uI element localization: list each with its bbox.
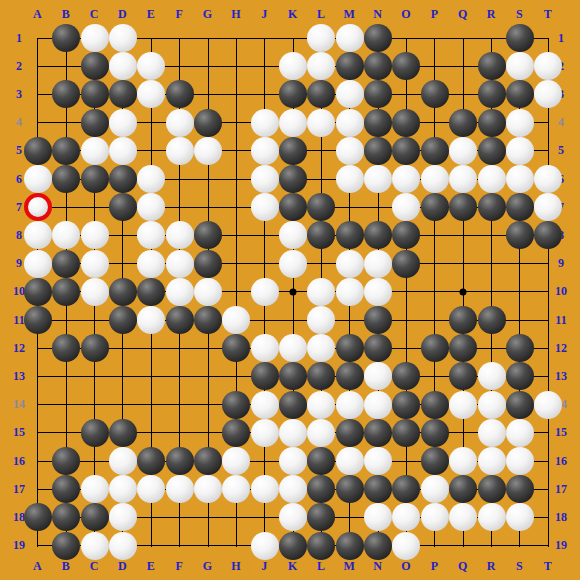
stone-black-S1 — [506, 24, 534, 52]
stone-black-H12 — [222, 334, 250, 362]
stone-white-S18 — [506, 503, 534, 531]
row-label-left-19: 19 — [13, 539, 25, 551]
stone-white-O6 — [392, 165, 420, 193]
stone-black-L7 — [307, 193, 335, 221]
stone-white-C19 — [81, 532, 109, 560]
stone-black-G4 — [194, 109, 222, 137]
stone-black-O13 — [392, 362, 420, 390]
stone-white-H16 — [222, 447, 250, 475]
stone-black-R2 — [478, 52, 506, 80]
stone-black-S14 — [506, 391, 534, 419]
stone-black-O9 — [392, 250, 420, 278]
row-label-right-5: 5 — [558, 144, 564, 156]
row-label-right-15: 15 — [555, 426, 567, 438]
stone-black-P14 — [421, 391, 449, 419]
stone-white-B8 — [52, 221, 80, 249]
stone-black-K3 — [279, 80, 307, 108]
row-label-right-17: 17 — [555, 483, 567, 495]
stone-black-F11 — [166, 306, 194, 334]
column-label-top-H: H — [231, 8, 240, 20]
stone-black-H15 — [222, 419, 250, 447]
stone-black-S17 — [506, 475, 534, 503]
stone-white-J4 — [251, 109, 279, 137]
column-label-top-C: C — [90, 8, 99, 20]
stone-white-C17 — [81, 475, 109, 503]
stone-black-L16 — [307, 447, 335, 475]
stone-white-M9 — [336, 250, 364, 278]
stone-black-O8 — [392, 221, 420, 249]
stone-white-G10 — [194, 278, 222, 306]
row-label-left-15: 15 — [13, 426, 25, 438]
stone-black-K13 — [279, 362, 307, 390]
stone-black-A11 — [24, 306, 52, 334]
stone-white-P18 — [421, 503, 449, 531]
go-board-window: AABBCCDDEEFFGGHHJJKKLLMMNNOOPPQQRRSSTT11… — [0, 0, 580, 580]
stone-white-K8 — [279, 221, 307, 249]
column-label-top-T: T — [544, 8, 552, 20]
stone-black-B16 — [52, 447, 80, 475]
stone-black-O5 — [392, 137, 420, 165]
stone-black-S13 — [506, 362, 534, 390]
stone-black-A5 — [24, 137, 52, 165]
column-label-top-B: B — [62, 8, 70, 20]
stone-white-T2 — [534, 52, 562, 80]
row-label-left-17: 17 — [13, 483, 25, 495]
stone-black-L8 — [307, 221, 335, 249]
stone-white-S2 — [506, 52, 534, 80]
column-label-top-Q: Q — [458, 8, 467, 20]
row-label-right-4: 4 — [558, 116, 564, 128]
column-label-bottom-Q: Q — [458, 560, 467, 572]
stone-white-C5 — [81, 137, 109, 165]
stone-black-B18 — [52, 503, 80, 531]
stone-white-J14 — [251, 391, 279, 419]
column-label-bottom-S: S — [516, 560, 523, 572]
stone-black-Q13 — [449, 362, 477, 390]
row-label-right-16: 16 — [555, 455, 567, 467]
column-label-bottom-J: J — [261, 560, 267, 572]
stone-black-A10 — [24, 278, 52, 306]
stone-black-Q4 — [449, 109, 477, 137]
row-label-left-12: 12 — [13, 342, 25, 354]
stone-black-S3 — [506, 80, 534, 108]
stone-white-J17 — [251, 475, 279, 503]
stone-white-S5 — [506, 137, 534, 165]
stone-black-S7 — [506, 193, 534, 221]
stone-black-C12 — [81, 334, 109, 362]
stone-black-R5 — [478, 137, 506, 165]
stone-white-M16 — [336, 447, 364, 475]
row-label-right-13: 13 — [555, 370, 567, 382]
row-label-left-6: 6 — [16, 173, 22, 185]
stone-white-S16 — [506, 447, 534, 475]
stone-white-F9 — [166, 250, 194, 278]
column-label-bottom-A: A — [33, 560, 42, 572]
stone-black-N12 — [364, 334, 392, 362]
stone-white-D1 — [109, 24, 137, 52]
stone-black-M2 — [336, 52, 364, 80]
column-label-bottom-P: P — [431, 560, 438, 572]
stone-black-N19 — [364, 532, 392, 560]
grid-line-vertical — [548, 38, 549, 547]
stone-white-F17 — [166, 475, 194, 503]
stone-white-D4 — [109, 109, 137, 137]
stone-white-C1 — [81, 24, 109, 52]
stone-white-P17 — [421, 475, 449, 503]
stone-black-N3 — [364, 80, 392, 108]
column-label-top-J: J — [261, 8, 267, 20]
stone-white-R16 — [478, 447, 506, 475]
stone-black-R17 — [478, 475, 506, 503]
stone-white-L11 — [307, 306, 335, 334]
row-label-right-18: 18 — [555, 511, 567, 523]
column-label-bottom-H: H — [231, 560, 240, 572]
stone-black-O4 — [392, 109, 420, 137]
stone-black-B9 — [52, 250, 80, 278]
stone-black-A18 — [24, 503, 52, 531]
stone-white-R14 — [478, 391, 506, 419]
row-label-left-1: 1 — [16, 32, 22, 44]
stone-white-N6 — [364, 165, 392, 193]
stone-white-E8 — [137, 221, 165, 249]
stone-black-R3 — [478, 80, 506, 108]
row-label-right-10: 10 — [555, 285, 567, 297]
stone-black-O14 — [392, 391, 420, 419]
column-label-top-N: N — [373, 8, 382, 20]
stone-black-N4 — [364, 109, 392, 137]
stone-black-N1 — [364, 24, 392, 52]
stone-white-E7 — [137, 193, 165, 221]
stone-white-D17 — [109, 475, 137, 503]
stone-white-T3 — [534, 80, 562, 108]
row-label-right-12: 12 — [555, 342, 567, 354]
column-label-bottom-K: K — [288, 560, 297, 572]
stone-black-G16 — [194, 447, 222, 475]
row-label-left-5: 5 — [16, 144, 22, 156]
stone-white-A8 — [24, 221, 52, 249]
stone-white-F5 — [166, 137, 194, 165]
stone-black-M12 — [336, 334, 364, 362]
stone-black-K14 — [279, 391, 307, 419]
stone-black-D6 — [109, 165, 137, 193]
stone-black-P12 — [421, 334, 449, 362]
stone-white-Q5 — [449, 137, 477, 165]
column-label-top-D: D — [118, 8, 127, 20]
stone-white-G17 — [194, 475, 222, 503]
stone-white-N16 — [364, 447, 392, 475]
stone-black-B6 — [52, 165, 80, 193]
stone-white-K15 — [279, 419, 307, 447]
column-label-bottom-T: T — [544, 560, 552, 572]
stone-black-N2 — [364, 52, 392, 80]
stone-black-M8 — [336, 221, 364, 249]
stone-black-D10 — [109, 278, 137, 306]
stone-black-C3 — [81, 80, 109, 108]
stone-white-last-move-A7 — [24, 193, 52, 221]
stone-black-K5 — [279, 137, 307, 165]
stone-white-E9 — [137, 250, 165, 278]
column-label-bottom-F: F — [175, 560, 182, 572]
stone-white-T6 — [534, 165, 562, 193]
column-label-top-O: O — [401, 8, 410, 20]
stone-black-Q17 — [449, 475, 477, 503]
stone-white-N18 — [364, 503, 392, 531]
row-label-right-11: 11 — [555, 314, 566, 326]
stone-black-C4 — [81, 109, 109, 137]
stone-black-B19 — [52, 532, 80, 560]
stone-white-Q16 — [449, 447, 477, 475]
stone-black-S8 — [506, 221, 534, 249]
stone-white-M1 — [336, 24, 364, 52]
column-label-top-M: M — [344, 8, 355, 20]
stone-white-E6 — [137, 165, 165, 193]
stone-white-N14 — [364, 391, 392, 419]
row-label-left-7: 7 — [16, 201, 22, 213]
star-point-Q10 — [460, 288, 467, 295]
stone-black-R4 — [478, 109, 506, 137]
stone-black-E16 — [137, 447, 165, 475]
stone-black-P3 — [421, 80, 449, 108]
stone-white-M3 — [336, 80, 364, 108]
stone-white-S4 — [506, 109, 534, 137]
stone-white-L14 — [307, 391, 335, 419]
column-label-bottom-E: E — [147, 560, 155, 572]
stone-black-Q11 — [449, 306, 477, 334]
stone-black-D7 — [109, 193, 137, 221]
stone-white-F10 — [166, 278, 194, 306]
stone-white-T14 — [534, 391, 562, 419]
stone-black-P5 — [421, 137, 449, 165]
row-label-right-1: 1 — [558, 32, 564, 44]
stone-black-N17 — [364, 475, 392, 503]
stone-black-L3 — [307, 80, 335, 108]
stone-black-G11 — [194, 306, 222, 334]
column-label-top-K: K — [288, 8, 297, 20]
stone-white-J15 — [251, 419, 279, 447]
column-label-bottom-D: D — [118, 560, 127, 572]
stone-white-P6 — [421, 165, 449, 193]
column-label-bottom-B: B — [62, 560, 70, 572]
stone-black-E10 — [137, 278, 165, 306]
stone-white-F8 — [166, 221, 194, 249]
stone-white-T7 — [534, 193, 562, 221]
stone-white-K9 — [279, 250, 307, 278]
stone-black-C15 — [81, 419, 109, 447]
stone-black-M13 — [336, 362, 364, 390]
stone-white-K12 — [279, 334, 307, 362]
stone-white-D19 — [109, 532, 137, 560]
row-label-left-9: 9 — [16, 257, 22, 269]
stone-black-L17 — [307, 475, 335, 503]
stone-white-J12 — [251, 334, 279, 362]
column-label-top-E: E — [147, 8, 155, 20]
stone-black-B17 — [52, 475, 80, 503]
stone-black-B12 — [52, 334, 80, 362]
stone-white-J6 — [251, 165, 279, 193]
column-label-top-P: P — [431, 8, 438, 20]
stone-black-C18 — [81, 503, 109, 531]
stone-white-L10 — [307, 278, 335, 306]
row-label-left-2: 2 — [16, 60, 22, 72]
stone-black-D11 — [109, 306, 137, 334]
stone-white-A6 — [24, 165, 52, 193]
stone-black-M15 — [336, 419, 364, 447]
stone-white-H17 — [222, 475, 250, 503]
stone-white-D5 — [109, 137, 137, 165]
stone-black-S12 — [506, 334, 534, 362]
stone-white-R15 — [478, 419, 506, 447]
stone-black-O15 — [392, 419, 420, 447]
row-label-left-14: 14 — [13, 398, 25, 410]
stone-white-S15 — [506, 419, 534, 447]
stone-white-A9 — [24, 250, 52, 278]
column-label-bottom-R: R — [487, 560, 496, 572]
column-label-bottom-M: M — [344, 560, 355, 572]
column-label-top-L: L — [317, 8, 325, 20]
column-label-bottom-O: O — [401, 560, 410, 572]
row-label-left-3: 3 — [16, 88, 22, 100]
stone-white-Q18 — [449, 503, 477, 531]
stone-white-O19 — [392, 532, 420, 560]
stone-white-K17 — [279, 475, 307, 503]
column-label-bottom-L: L — [317, 560, 325, 572]
stone-white-N9 — [364, 250, 392, 278]
row-label-left-16: 16 — [13, 455, 25, 467]
stone-black-B5 — [52, 137, 80, 165]
stone-black-B3 — [52, 80, 80, 108]
stone-black-P15 — [421, 419, 449, 447]
stone-white-E3 — [137, 80, 165, 108]
stone-white-N13 — [364, 362, 392, 390]
stone-white-F4 — [166, 109, 194, 137]
stone-black-F16 — [166, 447, 194, 475]
stone-white-N10 — [364, 278, 392, 306]
stone-white-L2 — [307, 52, 335, 80]
stone-black-K6 — [279, 165, 307, 193]
stone-white-M5 — [336, 137, 364, 165]
stone-black-R11 — [478, 306, 506, 334]
stone-black-B10 — [52, 278, 80, 306]
stone-white-C8 — [81, 221, 109, 249]
row-label-left-13: 13 — [13, 370, 25, 382]
stone-white-M4 — [336, 109, 364, 137]
stone-white-D16 — [109, 447, 137, 475]
column-label-top-F: F — [175, 8, 182, 20]
stone-white-R13 — [478, 362, 506, 390]
stone-white-J5 — [251, 137, 279, 165]
stone-white-L1 — [307, 24, 335, 52]
stone-white-O18 — [392, 503, 420, 531]
stone-black-O2 — [392, 52, 420, 80]
stone-white-Q6 — [449, 165, 477, 193]
stone-white-J19 — [251, 532, 279, 560]
stone-black-M19 — [336, 532, 364, 560]
stone-white-O7 — [392, 193, 420, 221]
stone-black-P16 — [421, 447, 449, 475]
stone-black-C2 — [81, 52, 109, 80]
stone-black-J13 — [251, 362, 279, 390]
stone-white-K16 — [279, 447, 307, 475]
stone-black-D3 — [109, 80, 137, 108]
stone-white-C10 — [81, 278, 109, 306]
stone-white-E11 — [137, 306, 165, 334]
column-label-top-A: A — [33, 8, 42, 20]
stone-white-L15 — [307, 419, 335, 447]
column-label-bottom-N: N — [373, 560, 382, 572]
stone-white-D18 — [109, 503, 137, 531]
stone-black-B1 — [52, 24, 80, 52]
stone-black-C6 — [81, 165, 109, 193]
stone-white-K2 — [279, 52, 307, 80]
stone-black-P7 — [421, 193, 449, 221]
column-label-bottom-C: C — [90, 560, 99, 572]
stone-white-K4 — [279, 109, 307, 137]
stone-white-K18 — [279, 503, 307, 531]
stone-black-Q12 — [449, 334, 477, 362]
stone-black-K7 — [279, 193, 307, 221]
stone-black-G8 — [194, 221, 222, 249]
stone-black-O17 — [392, 475, 420, 503]
stone-white-E17 — [137, 475, 165, 503]
stone-black-K19 — [279, 532, 307, 560]
stone-black-L18 — [307, 503, 335, 531]
star-point-K10 — [290, 288, 297, 295]
stone-white-E2 — [137, 52, 165, 80]
stone-white-D2 — [109, 52, 137, 80]
stone-white-Q14 — [449, 391, 477, 419]
column-label-top-G: G — [203, 8, 212, 20]
stone-black-N15 — [364, 419, 392, 447]
stone-white-C9 — [81, 250, 109, 278]
stone-white-M14 — [336, 391, 364, 419]
row-label-left-8: 8 — [16, 229, 22, 241]
stone-black-F3 — [166, 80, 194, 108]
stone-black-N8 — [364, 221, 392, 249]
stone-white-M10 — [336, 278, 364, 306]
stone-white-R6 — [478, 165, 506, 193]
stone-white-R18 — [478, 503, 506, 531]
stone-black-L19 — [307, 532, 335, 560]
stone-black-G9 — [194, 250, 222, 278]
stone-black-H14 — [222, 391, 250, 419]
stone-black-D15 — [109, 419, 137, 447]
row-label-left-4: 4 — [16, 116, 22, 128]
column-label-bottom-G: G — [203, 560, 212, 572]
column-label-top-S: S — [516, 8, 523, 20]
stone-white-G5 — [194, 137, 222, 165]
stone-black-Q7 — [449, 193, 477, 221]
stone-white-J10 — [251, 278, 279, 306]
stone-black-N11 — [364, 306, 392, 334]
stone-white-M6 — [336, 165, 364, 193]
stone-white-J7 — [251, 193, 279, 221]
stone-black-M17 — [336, 475, 364, 503]
stone-white-S6 — [506, 165, 534, 193]
row-label-right-9: 9 — [558, 257, 564, 269]
stone-white-L12 — [307, 334, 335, 362]
stone-black-L13 — [307, 362, 335, 390]
stone-white-L4 — [307, 109, 335, 137]
column-label-top-R: R — [487, 8, 496, 20]
stone-black-N5 — [364, 137, 392, 165]
stone-white-H11 — [222, 306, 250, 334]
stone-black-R7 — [478, 193, 506, 221]
stone-black-T8 — [534, 221, 562, 249]
row-label-right-19: 19 — [555, 539, 567, 551]
